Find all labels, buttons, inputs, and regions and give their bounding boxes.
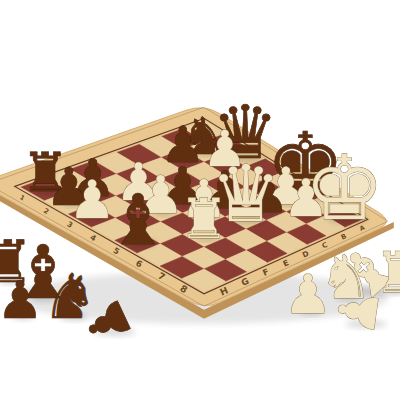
chess-board-photo: 12345678ABCDEFGH♞♛♟♟♜♚♟♟♟♟♟♟♟♟♟♟♟♚♛♜♝♜♝♜… — [0, 0, 400, 400]
pawn-glyph: ♟ — [0, 270, 43, 330]
piece-dark-bishop-h5[interactable]: ♝ — [106, 179, 169, 261]
pawn-glyph: ♟ — [284, 263, 332, 326]
loose-light-pawn[interactable]: ♟ — [325, 284, 391, 339]
loose-dark-pawn[interactable]: ♟ — [0, 270, 43, 330]
piece-light-king-a8[interactable]: ♚ — [304, 136, 384, 240]
loose-light-pawn[interactable]: ♟ — [284, 263, 332, 326]
bishop-glyph: ♝ — [106, 179, 169, 261]
pawn-glyph: ♟ — [325, 284, 391, 339]
rook-glyph: ♜ — [179, 187, 229, 251]
piece-light-rook-f6[interactable]: ♜ — [179, 187, 229, 251]
chess-scene: 12345678ABCDEFGH♞♛♟♟♜♚♟♟♟♟♟♟♟♟♟♟♟♚♛♜♝♜♝♜… — [0, 0, 400, 400]
king-glyph: ♚ — [304, 136, 384, 240]
